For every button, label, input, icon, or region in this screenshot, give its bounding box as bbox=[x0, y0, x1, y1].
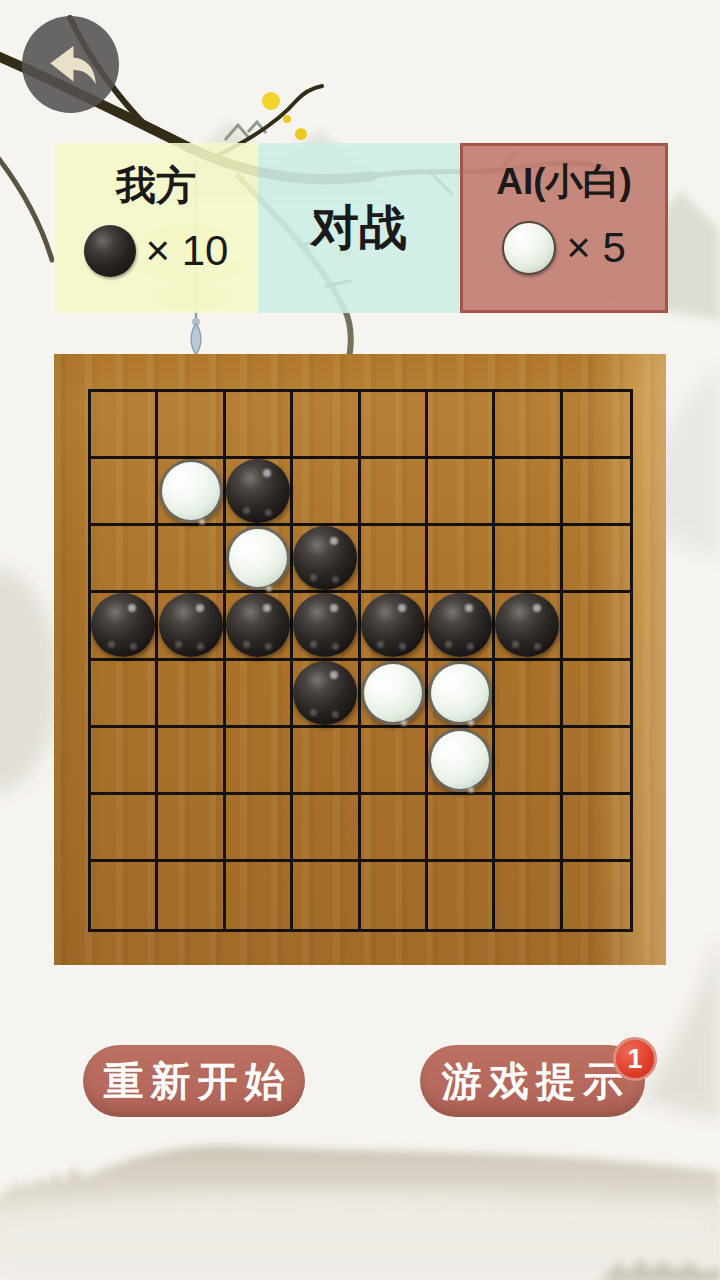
board-cell-d7[interactable] bbox=[293, 795, 360, 862]
board-cell-b4[interactable] bbox=[158, 593, 225, 660]
board-cell-d3[interactable] bbox=[293, 526, 360, 593]
left-mist-decoration bbox=[0, 565, 58, 795]
board-cell-h6[interactable] bbox=[563, 728, 630, 795]
black-stone bbox=[293, 593, 357, 657]
board-cell-a5[interactable] bbox=[91, 661, 158, 728]
back-arrow-icon bbox=[42, 36, 100, 94]
board-cell-f2[interactable] bbox=[428, 459, 495, 526]
restart-button[interactable]: 重新开始 bbox=[83, 1045, 305, 1117]
black-stone bbox=[495, 593, 559, 657]
black-stone bbox=[428, 593, 492, 657]
board-cell-b5[interactable] bbox=[158, 661, 225, 728]
black-stone-icon bbox=[84, 225, 136, 277]
board-cell-c6[interactable] bbox=[226, 728, 293, 795]
black-stone bbox=[91, 593, 155, 657]
ai-panel: AI(小白) × 5 bbox=[460, 143, 668, 313]
board-cell-c8[interactable] bbox=[226, 862, 293, 929]
game-board bbox=[54, 354, 666, 965]
board-cell-b1[interactable] bbox=[158, 392, 225, 459]
board-cell-d5[interactable] bbox=[293, 661, 360, 728]
board-cell-f1[interactable] bbox=[428, 392, 495, 459]
board-cell-c3[interactable] bbox=[226, 526, 293, 593]
board-cell-h1[interactable] bbox=[563, 392, 630, 459]
white-stone-icon bbox=[502, 221, 556, 275]
board-cell-d2[interactable] bbox=[293, 459, 360, 526]
player-count: × 10 bbox=[146, 227, 229, 275]
board-cell-b2[interactable] bbox=[158, 459, 225, 526]
board-cell-f3[interactable] bbox=[428, 526, 495, 593]
board-cell-e2[interactable] bbox=[361, 459, 428, 526]
board-cell-b7[interactable] bbox=[158, 795, 225, 862]
board-cell-f6[interactable] bbox=[428, 728, 495, 795]
ai-label: AI(小白) bbox=[496, 162, 632, 203]
black-stone bbox=[226, 593, 290, 657]
board-cell-a6[interactable] bbox=[91, 728, 158, 795]
bottom-mountains-decoration bbox=[0, 1145, 720, 1280]
board-cell-h5[interactable] bbox=[563, 661, 630, 728]
board-cell-h7[interactable] bbox=[563, 795, 630, 862]
ai-count-row: × 5 bbox=[502, 221, 626, 275]
board-cell-c5[interactable] bbox=[226, 661, 293, 728]
board-cell-b8[interactable] bbox=[158, 862, 225, 929]
board-cell-f4[interactable] bbox=[428, 593, 495, 660]
hint-badge-count: 1 bbox=[627, 1044, 642, 1075]
board-cell-g2[interactable] bbox=[495, 459, 562, 526]
board-cell-e8[interactable] bbox=[361, 862, 428, 929]
versus-panel: 对战 bbox=[258, 143, 460, 313]
board-cell-b3[interactable] bbox=[158, 526, 225, 593]
versus-label: 对战 bbox=[311, 196, 407, 260]
board-cell-c7[interactable] bbox=[226, 795, 293, 862]
board-cell-h3[interactable] bbox=[563, 526, 630, 593]
tassel-decoration bbox=[191, 312, 201, 355]
hint-button-label: 游戏提示 bbox=[435, 1054, 630, 1109]
match-header: 我方 × 10 对战 AI(小白) × 5 bbox=[54, 143, 668, 313]
hint-button[interactable]: 游戏提示 1 bbox=[420, 1045, 645, 1117]
board-cell-a7[interactable] bbox=[91, 795, 158, 862]
board-cell-a2[interactable] bbox=[91, 459, 158, 526]
board-cell-b6[interactable] bbox=[158, 728, 225, 795]
back-button[interactable] bbox=[22, 16, 119, 113]
board-cell-a4[interactable] bbox=[91, 593, 158, 660]
ai-count: × 5 bbox=[566, 224, 626, 272]
white-stone bbox=[428, 661, 492, 725]
board-cell-g8[interactable] bbox=[495, 862, 562, 929]
board-cell-h2[interactable] bbox=[563, 459, 630, 526]
white-stone bbox=[226, 526, 290, 590]
board-cell-e7[interactable] bbox=[361, 795, 428, 862]
player-panel: 我方 × 10 bbox=[54, 143, 258, 313]
board-cell-c4[interactable] bbox=[226, 593, 293, 660]
board-cell-f7[interactable] bbox=[428, 795, 495, 862]
white-stone bbox=[159, 459, 223, 523]
white-stone bbox=[428, 728, 492, 792]
board-cell-g1[interactable] bbox=[495, 392, 562, 459]
board-cell-a1[interactable] bbox=[91, 392, 158, 459]
black-stone bbox=[293, 661, 357, 725]
board-cell-e4[interactable] bbox=[361, 593, 428, 660]
black-stone bbox=[226, 459, 290, 523]
board-cell-f8[interactable] bbox=[428, 862, 495, 929]
white-stone bbox=[361, 661, 425, 725]
player-label: 我方 bbox=[116, 163, 196, 207]
board-cell-g4[interactable] bbox=[495, 593, 562, 660]
board-cell-a3[interactable] bbox=[91, 526, 158, 593]
board-cell-d6[interactable] bbox=[293, 728, 360, 795]
board-cell-h8[interactable] bbox=[563, 862, 630, 929]
board-cell-g5[interactable] bbox=[495, 661, 562, 728]
board-cell-c1[interactable] bbox=[226, 392, 293, 459]
board-grid bbox=[88, 389, 633, 932]
board-cell-e6[interactable] bbox=[361, 728, 428, 795]
hint-badge: 1 bbox=[613, 1037, 657, 1081]
board-cell-e5[interactable] bbox=[361, 661, 428, 728]
board-cell-e3[interactable] bbox=[361, 526, 428, 593]
black-stone bbox=[159, 593, 223, 657]
black-stone bbox=[361, 593, 425, 657]
board-cell-g7[interactable] bbox=[495, 795, 562, 862]
player-count-row: × 10 bbox=[84, 225, 229, 277]
board-cell-d8[interactable] bbox=[293, 862, 360, 929]
board-cell-c2[interactable] bbox=[226, 459, 293, 526]
restart-button-label: 重新开始 bbox=[97, 1054, 292, 1109]
board-cell-d1[interactable] bbox=[293, 392, 360, 459]
board-cell-g6[interactable] bbox=[495, 728, 562, 795]
black-stone bbox=[293, 526, 357, 590]
board-cell-a8[interactable] bbox=[91, 862, 158, 929]
board-cell-d4[interactable] bbox=[293, 593, 360, 660]
board-cell-g3[interactable] bbox=[495, 526, 562, 593]
board-cell-f5[interactable] bbox=[428, 661, 495, 728]
board-cell-h4[interactable] bbox=[563, 593, 630, 660]
board-cell-e1[interactable] bbox=[361, 392, 428, 459]
